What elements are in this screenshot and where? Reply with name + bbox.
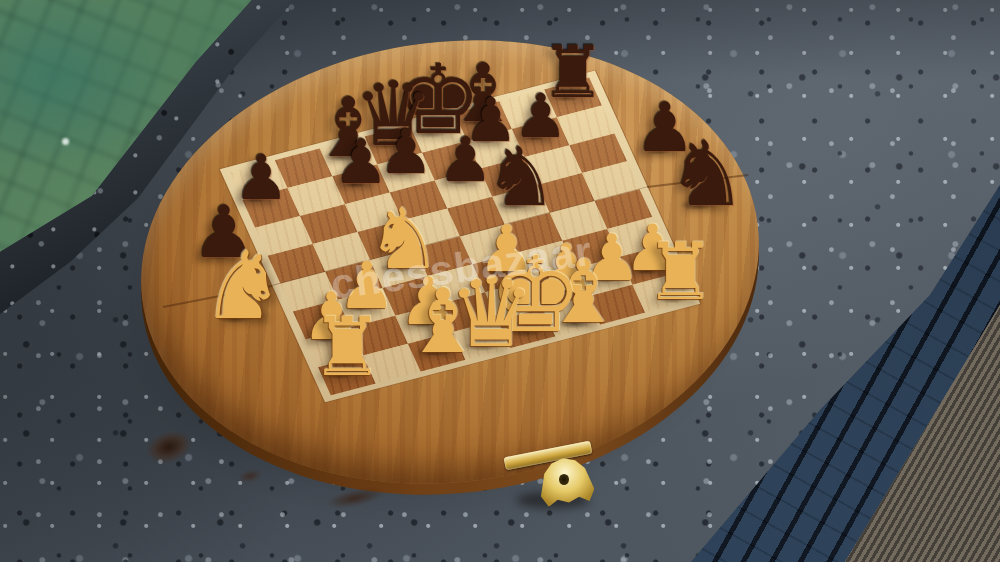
black-knight-glyph: ♞: [667, 129, 748, 219]
piece-black-knight-f5[interactable]: ♞: [484, 136, 557, 218]
captured-white-knight-left-rim[interactable]: ♞: [201, 239, 285, 333]
white-rook-glyph: ♜: [311, 307, 384, 388]
brass-clasp-hole: [559, 474, 569, 485]
piece-white-rook-h1[interactable]: ♜: [645, 233, 716, 312]
piece-white-rook-a1[interactable]: ♜: [311, 307, 384, 388]
black-pawn-glyph: ♟: [334, 133, 389, 195]
pool-bubble: [62, 138, 69, 145]
white-knight-glyph: ♞: [201, 239, 285, 333]
white-rook-glyph: ♜: [645, 233, 716, 312]
white-bishop-glyph: ♝: [403, 277, 482, 366]
captured-black-knight-right-rim[interactable]: ♞: [667, 129, 748, 219]
piece-black-pawn-c7[interactable]: ♟: [334, 133, 389, 195]
black-knight-glyph: ♞: [484, 136, 557, 218]
piece-white-bishop-c1[interactable]: ♝: [403, 277, 482, 366]
